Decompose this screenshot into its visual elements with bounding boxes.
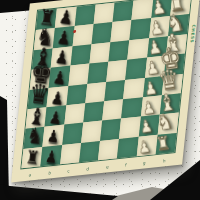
square-r5c5 xyxy=(121,97,142,119)
square-r3c3 xyxy=(87,62,108,84)
black-pawn: ♟ xyxy=(54,48,69,68)
square-r3c2 xyxy=(68,64,89,86)
square-r6c1: ♟ xyxy=(43,125,64,147)
square-r0c3 xyxy=(93,3,114,25)
square-r6c2 xyxy=(62,123,83,145)
square-r6c5 xyxy=(119,117,140,139)
coordinate-label: a xyxy=(29,172,32,177)
square-r7c2 xyxy=(60,143,81,165)
square-r4c2 xyxy=(66,83,87,105)
square-r6c4 xyxy=(100,119,121,141)
photo-of-chessboard: ♜♟♟♜♞♟♟♞♝♟♟♝♚♟♟♚♛♟♟♛♝♟♟♝♞♟♟♞♜♟♟♜ abcdefg… xyxy=(0,0,200,200)
square-r4c4 xyxy=(104,79,125,101)
square-r7c4 xyxy=(98,139,119,161)
black-pawn: ♟ xyxy=(50,88,65,107)
white-pawn: ♟ xyxy=(143,78,158,97)
coordinate-label: g xyxy=(143,160,146,165)
coordinate-label: d xyxy=(86,166,89,171)
black-pawn: ♟ xyxy=(46,128,60,146)
square-r7c5 xyxy=(117,137,138,159)
square-r1c2 xyxy=(72,24,93,46)
square-r3c5 xyxy=(125,58,146,80)
square-r4c5 xyxy=(123,77,144,99)
board-grid: ♜♟♟♜♞♟♟♞♝♟♟♝♚♟♟♚♛♟♟♛♝♟♟♝♞♟♟♞♜♟♟♜ xyxy=(20,0,192,169)
square-r3c4 xyxy=(106,60,127,82)
square-r0c4 xyxy=(112,1,133,23)
square-r7c3 xyxy=(79,141,100,163)
square-r2c1: ♟ xyxy=(51,46,72,68)
coordinate-label: h xyxy=(162,158,165,163)
square-r5c1: ♟ xyxy=(45,105,66,127)
coordinate-label: e xyxy=(106,164,109,169)
square-r5c3 xyxy=(83,101,104,123)
square-r4c3 xyxy=(85,81,106,103)
square-r7c0: ♜ xyxy=(21,147,42,169)
square-r7c7: ♜ xyxy=(155,133,176,155)
square-r1c4 xyxy=(110,20,131,42)
square-r2c3 xyxy=(89,42,110,64)
square-r6c3 xyxy=(81,121,102,143)
square-r3c1: ♟ xyxy=(49,66,70,88)
white-pawn: ♟ xyxy=(139,118,154,136)
coordinate-label: f xyxy=(125,162,127,167)
black-rook: ♜ xyxy=(24,148,40,168)
white-pawn: ♟ xyxy=(141,98,156,117)
square-r1c3 xyxy=(91,22,112,44)
chess-board: ♜♟♟♜♞♟♟♞♝♟♟♝♚♟♟♚♛♟♟♛♝♟♟♝♞♟♟♞♜♟♟♜ abcdefg… xyxy=(11,0,200,182)
square-r7c1: ♟ xyxy=(41,145,62,167)
black-pawn: ♟ xyxy=(48,108,63,126)
white-pawn: ♟ xyxy=(137,138,151,156)
white-rook: ♜ xyxy=(155,134,172,155)
black-pawn: ♟ xyxy=(44,148,58,166)
square-r2c4 xyxy=(108,40,129,62)
coordinate-label: c xyxy=(67,168,70,173)
square-r0c2 xyxy=(74,5,95,27)
coordinate-label: b xyxy=(48,170,51,175)
square-r5c2 xyxy=(64,103,85,125)
square-r4c1: ♟ xyxy=(47,85,68,107)
square-r5c4 xyxy=(102,99,123,121)
square-r2c2 xyxy=(70,44,91,66)
board-margin-print: CHESS xyxy=(189,24,196,43)
black-pawn: ♟ xyxy=(52,68,67,87)
